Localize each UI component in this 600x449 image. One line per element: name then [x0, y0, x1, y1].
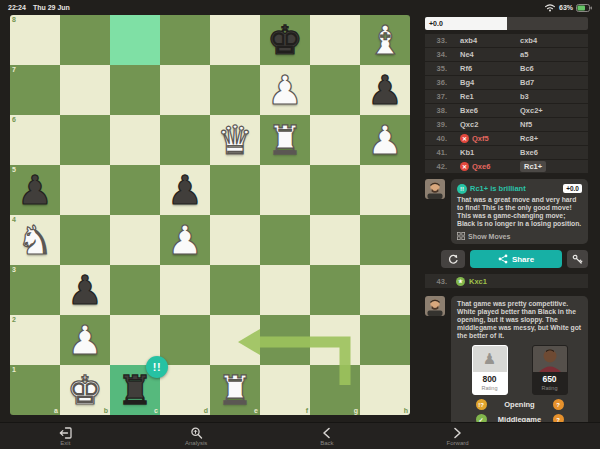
white-move[interactable]: axb4	[460, 36, 520, 45]
black-move-text: Nf5	[520, 120, 532, 129]
coach-comment-card: !! Rc1+ is brilliant +0.0 That was a gre…	[425, 179, 588, 244]
next-move-row[interactable]: 43. ★ Kxc1	[425, 274, 588, 288]
square-g1[interactable]: g	[310, 365, 360, 415]
white-move-text: axb4	[460, 36, 477, 45]
square-g8[interactable]	[310, 15, 360, 65]
square-e1[interactable]: e♜	[210, 365, 260, 415]
wifi-icon	[544, 3, 556, 12]
square-f7[interactable]: ♟	[260, 65, 310, 115]
piece-white-knight-a4[interactable]: ♞	[10, 215, 60, 265]
phase-row-opening: !?Opening?	[476, 399, 564, 410]
white-move[interactable]: Qxc2	[460, 120, 520, 129]
share-button[interactable]: Share	[470, 250, 562, 268]
black-move[interactable]: Bd7	[520, 78, 588, 87]
square-f2[interactable]	[260, 315, 310, 365]
next-move-number: 43.	[425, 277, 447, 286]
move-row-40: 40.✕Qxf5Rc8+	[425, 132, 588, 145]
square-b5[interactable]	[60, 165, 110, 215]
summary-text: That game was pretty competitive. White …	[457, 300, 582, 340]
brilliant-move-badge: !!	[146, 356, 168, 378]
black-move-text: a5	[520, 50, 528, 59]
square-a1[interactable]: 1a	[10, 365, 60, 415]
move-row-37: 37.Re1b3	[425, 90, 588, 103]
black-move-text: Qxc2+	[520, 106, 543, 115]
square-e8[interactable]	[210, 15, 260, 65]
move-number: 42.	[425, 162, 447, 171]
back-icon	[322, 427, 331, 439]
square-h7[interactable]: ♟	[360, 65, 410, 115]
miss-icon: ✕	[460, 134, 469, 143]
white-move-text: Qxe6	[472, 162, 490, 171]
piece-black-pawn-a5[interactable]: ♟	[10, 165, 60, 215]
chess-board: 8♚♝7♟♟6♛♜♟5♟♟4♞♟3♟2♟1ab♚c♜de♜fgh	[10, 15, 410, 415]
show-moves-button[interactable]: Show Moves	[457, 232, 582, 240]
white-move[interactable]: Bg4	[460, 78, 520, 87]
square-c3[interactable]	[110, 265, 160, 315]
exit-label: Exit	[60, 440, 70, 446]
forward-icon	[453, 427, 462, 439]
battery-percent: 63%	[559, 4, 573, 11]
rank-label-6: 6	[12, 116, 16, 123]
square-d4[interactable]: ♟	[160, 215, 210, 265]
action-buttons: Share	[441, 250, 588, 268]
white-move-text: Rf6	[460, 64, 472, 73]
coach-comment-text: That was a great move and very hard to f…	[457, 196, 582, 228]
square-f3[interactable]	[260, 265, 310, 315]
piece-black-pawn-b3[interactable]: ♟	[60, 265, 110, 315]
white-player-pawn-icon: ♟	[473, 346, 507, 372]
move-number: 37.	[425, 92, 447, 101]
square-h4[interactable]	[360, 215, 410, 265]
rank-label-2: 2	[12, 316, 16, 323]
exit-icon	[59, 427, 72, 439]
game-summary-card: That game was pretty competitive. White …	[425, 296, 588, 429]
square-d2[interactable]	[160, 315, 210, 365]
move-row-41: 41.Kb1Bxe6	[425, 146, 588, 159]
square-g5[interactable]	[310, 165, 360, 215]
white-move-text: Qxc2	[460, 120, 478, 129]
bottom-nav: Exit Analysis Back Forward	[0, 423, 523, 449]
piece-white-queen-e6[interactable]: ♛	[210, 115, 260, 165]
move-number: 40.	[425, 134, 447, 143]
back-label: Back	[320, 440, 333, 446]
black-player-box: 650 Rating	[532, 345, 568, 395]
square-e7[interactable]	[210, 65, 260, 115]
player-ratings: ♟ 800 Rating 650	[457, 345, 582, 395]
black-move[interactable]: Bxe6	[520, 148, 588, 157]
file-label-f: f	[306, 407, 308, 414]
square-h5[interactable]	[360, 165, 410, 215]
share-label: Share	[512, 255, 534, 264]
analysis-button[interactable]: Analysis	[131, 423, 262, 449]
black-move[interactable]: Rc8+	[520, 134, 588, 143]
square-g4[interactable]	[310, 215, 360, 265]
retry-button[interactable]	[441, 250, 465, 268]
square-f5[interactable]	[260, 165, 310, 215]
square-f8[interactable]: ♚	[260, 15, 310, 65]
black-player-photo	[533, 346, 567, 372]
white-move-text: Bg4	[460, 78, 474, 87]
rank-label-1: 1	[12, 366, 16, 373]
square-a5[interactable]: 5♟	[10, 165, 60, 215]
white-move[interactable]: Kb1	[460, 148, 520, 157]
square-h8[interactable]: ♝	[360, 15, 410, 65]
next-move-text: Kxc1	[469, 277, 487, 286]
square-c5[interactable]	[110, 165, 160, 215]
key-icon	[572, 254, 583, 265]
move-row-39: 39.Qxc2Nf5	[425, 118, 588, 131]
eval-badge: +0.0	[563, 184, 582, 193]
status-bar: 22:24 Thu 29 Jun 63%	[0, 0, 600, 15]
black-move-text: cxb4	[520, 36, 537, 45]
black-move-text: Rc8+	[520, 134, 538, 143]
white-move[interactable]: Rf6	[460, 64, 520, 73]
move-row-34: 34.Ne4a5	[425, 48, 588, 61]
piece-white-rook-e1[interactable]: ♜	[210, 365, 260, 415]
black-phase-icon: ?	[553, 399, 564, 410]
forward-button[interactable]: Forward	[392, 423, 523, 449]
move-row-36: 36.Bg4Bd7	[425, 76, 588, 89]
move-list: 33.axb4cxb434.Ne4a535.Rf6Bc636.Bg4Bd737.…	[425, 34, 588, 174]
file-label-h: h	[404, 407, 408, 414]
analysis-icon	[190, 427, 203, 439]
move-row-33: 33.axb4cxb4	[425, 34, 588, 47]
move-number: 38.	[425, 106, 447, 115]
move-number: 39.	[425, 120, 447, 129]
rank-label-3: 3	[12, 266, 16, 273]
best-move-icon: ★	[456, 277, 465, 286]
square-b2[interactable]: ♟	[60, 315, 110, 365]
white-move[interactable]: Bxe6	[460, 106, 520, 115]
piece-white-pawn-f7[interactable]: ♟	[260, 65, 310, 115]
square-b8[interactable]	[60, 15, 110, 65]
move-number: 36.	[425, 78, 447, 87]
square-a2[interactable]: 2	[10, 315, 60, 365]
brilliant-icon: !!	[457, 184, 467, 194]
piece-white-pawn-b2[interactable]: ♟	[60, 315, 110, 365]
square-g3[interactable]	[310, 265, 360, 315]
square-b3[interactable]: ♟	[60, 265, 110, 315]
square-b1[interactable]: b♚	[60, 365, 110, 415]
square-e3[interactable]	[210, 265, 260, 315]
square-f4[interactable]	[260, 215, 310, 265]
piece-white-king-b1[interactable]: ♚	[60, 365, 110, 415]
show-moves-label: Show Moves	[468, 233, 510, 240]
file-label-d: d	[204, 407, 208, 414]
white-player-rating: 800	[473, 374, 507, 384]
miss-icon: ✕	[460, 162, 469, 171]
square-f1[interactable]: f	[260, 365, 310, 415]
square-a7[interactable]: 7	[10, 65, 60, 115]
coach-avatar-icon-2	[425, 296, 445, 316]
square-a8[interactable]: 8	[10, 15, 60, 65]
square-a3[interactable]: 3	[10, 265, 60, 315]
coach-avatar-icon	[425, 179, 445, 199]
battery-icon	[576, 4, 592, 12]
white-move-text: Kb1	[460, 148, 474, 157]
piece-black-pawn-h7[interactable]: ♟	[360, 65, 410, 115]
piece-black-pawn-d5[interactable]: ♟	[160, 165, 210, 215]
square-h2[interactable]	[360, 315, 410, 365]
show-moves-icon	[457, 232, 465, 240]
share-icon	[498, 254, 508, 264]
square-d1[interactable]: d	[160, 365, 210, 415]
black-player-avatar-icon	[533, 346, 567, 372]
white-phase-icon: !?	[476, 399, 487, 410]
piece-white-pawn-d4[interactable]: ♟	[160, 215, 210, 265]
square-d8[interactable]	[160, 15, 210, 65]
board-area: 8♚♝7♟♟6♛♜♟5♟♟4♞♟3♟2♟1ab♚c♜de♜fgh !!	[10, 15, 410, 415]
coach-bubble: !! Rc1+ is brilliant +0.0 That was a gre…	[451, 179, 588, 244]
white-move[interactable]: Re1	[460, 92, 520, 101]
white-player-box: ♟ 800 Rating	[472, 345, 508, 395]
black-move[interactable]: Qxc2+	[520, 106, 588, 115]
retry-icon	[448, 254, 459, 265]
square-c4[interactable]	[110, 215, 160, 265]
black-move[interactable]: a5	[520, 50, 588, 59]
square-c7[interactable]	[110, 65, 160, 115]
move-number: 35.	[425, 64, 447, 73]
white-move[interactable]: ✕Qxe6	[460, 162, 520, 171]
piece-white-bishop-h8[interactable]: ♝	[360, 15, 410, 65]
black-move-text: Bc6	[520, 64, 534, 73]
square-c6[interactable]	[110, 115, 160, 165]
square-a6[interactable]: 6	[10, 115, 60, 165]
move-row-38: 38.Bxe6Qxc2+	[425, 104, 588, 117]
move-number: 41.	[425, 148, 447, 157]
black-move-text: b3	[520, 92, 529, 101]
piece-black-king-f8[interactable]: ♚	[260, 15, 310, 65]
square-g6[interactable]	[310, 115, 360, 165]
square-b4[interactable]	[60, 215, 110, 265]
coach-headline: Rc1+ is brilliant	[470, 184, 563, 193]
analysis-label: Analysis	[185, 440, 207, 446]
black-move[interactable]: cxb4	[520, 36, 588, 45]
square-d3[interactable]	[160, 265, 210, 315]
chess-analysis-app: 22:24 Thu 29 Jun 63% 8♚♝7♟♟6♛♜♟5♟♟4♞♟3♟2…	[0, 0, 600, 449]
coach-avatar	[425, 179, 445, 199]
evaluation-bar: +0.0	[425, 17, 588, 30]
square-b6[interactable]	[60, 115, 110, 165]
black-move-text: Bd7	[520, 78, 534, 87]
analysis-panel: +0.0 33.axb4cxb434.Ne4a535.Rf6Bc636.Bg4B…	[425, 17, 588, 429]
white-rating-label: Rating	[473, 385, 507, 391]
black-rating-label: Rating	[533, 385, 567, 391]
square-d6[interactable]	[160, 115, 210, 165]
coach-avatar-2	[425, 296, 445, 316]
white-move-text: Qxf5	[472, 134, 489, 143]
white-move-text: Ne4	[460, 50, 474, 59]
square-h6[interactable]: ♟	[360, 115, 410, 165]
back-button[interactable]: Back	[262, 423, 393, 449]
clock-date: Thu 29 Jun	[33, 4, 70, 11]
move-number: 34.	[425, 50, 447, 59]
selected-move-chip: Rc1+	[520, 161, 546, 172]
square-e6[interactable]: ♛	[210, 115, 260, 165]
white-move[interactable]: ✕Qxf5	[460, 134, 520, 143]
file-label-g: g	[354, 407, 358, 414]
square-c8[interactable]	[110, 15, 160, 65]
square-e2[interactable]	[210, 315, 260, 365]
piece-white-pawn-h6[interactable]: ♟	[360, 115, 410, 165]
file-label-a: a	[54, 407, 58, 414]
white-move-text: Bxe6	[460, 106, 478, 115]
square-a4[interactable]: 4♞	[10, 215, 60, 265]
clock-time: 22:24	[8, 4, 26, 11]
black-move[interactable]: Bc6	[520, 64, 588, 73]
square-d7[interactable]	[160, 65, 210, 115]
square-f6[interactable]: ♜	[260, 115, 310, 165]
square-d5[interactable]: ♟	[160, 165, 210, 215]
rank-label-8: 8	[12, 16, 16, 23]
move-row-42: 42.✕Qxe6Rc1+	[425, 160, 588, 173]
black-move-text: Bxe6	[520, 148, 538, 157]
black-player-rating: 650	[533, 374, 567, 384]
square-g2[interactable]	[310, 315, 360, 365]
piece-white-rook-f6[interactable]: ♜	[260, 115, 310, 165]
exit-button[interactable]: Exit	[0, 423, 131, 449]
black-move[interactable]: Rc1+	[520, 161, 588, 172]
square-h3[interactable]	[360, 265, 410, 315]
move-row-35: 35.Rf6Bc6	[425, 62, 588, 75]
move-number: 33.	[425, 36, 447, 45]
square-e4[interactable]	[210, 215, 260, 265]
forward-label: Forward	[447, 440, 469, 446]
white-move-text: Re1	[460, 92, 474, 101]
square-b7[interactable]	[60, 65, 110, 115]
summary-bubble: That game was pretty competitive. White …	[451, 296, 588, 429]
square-e5[interactable]	[210, 165, 260, 215]
square-g7[interactable]	[310, 65, 360, 115]
black-move[interactable]: Nf5	[520, 120, 588, 129]
white-move[interactable]: Ne4	[460, 50, 520, 59]
phase-label: Opening	[487, 400, 553, 409]
square-h1[interactable]: h	[360, 365, 410, 415]
black-move[interactable]: b3	[520, 92, 588, 101]
evaluation-value: +0.0	[429, 20, 443, 27]
key-moves-button[interactable]	[567, 250, 588, 268]
rank-label-7: 7	[12, 66, 16, 73]
